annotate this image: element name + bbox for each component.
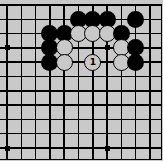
grid-line-vertical [35,4,37,160]
grid-line-horizontal [0,90,162,92]
move-number-label: 1 [90,58,96,67]
grid-line-horizontal [0,76,162,78]
grid-line-vertical-cropped [161,4,163,160]
black-stone [127,54,144,71]
star-point-marker [5,146,10,151]
grid-line-horizontal [0,147,162,149]
grid-line-horizontal [0,104,162,106]
star-point-marker [105,45,110,50]
white-stone [56,54,73,71]
go-board: 1 [0,0,162,160]
grid-line-vertical [21,4,23,160]
black-stone [127,11,144,28]
board-top-edge-line [0,4,162,7]
star-point-marker [5,45,10,50]
grid-line-horizontal [0,133,162,135]
grid-line-horizontal [0,119,162,121]
grid-line-horizontal-cropped [0,159,162,161]
grid-line-vertical [6,4,8,160]
star-point-marker [105,146,110,151]
white-stone-move-1: 1 [84,54,101,71]
grid-line-vertical [149,4,151,160]
